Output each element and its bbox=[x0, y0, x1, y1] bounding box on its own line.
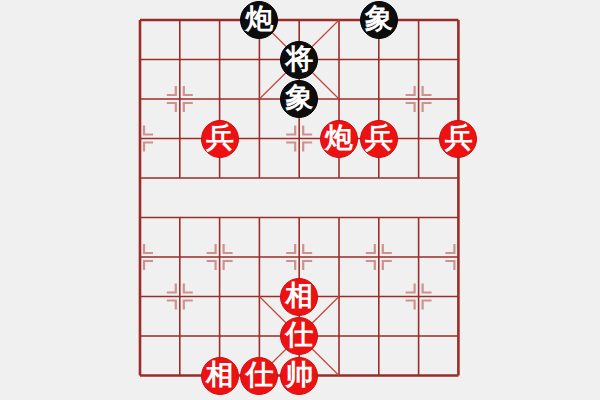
black-elephant-glyph: 象 bbox=[285, 84, 313, 112]
red-soldier-glyph: 兵 bbox=[206, 124, 234, 152]
piece-black-elephant-2[interactable]: 象 bbox=[280, 80, 318, 118]
red-advisor-glyph: 仕 bbox=[245, 361, 273, 389]
red-general-glyph: 帅 bbox=[285, 361, 313, 389]
xiangqi-board[interactable]: 炮象将象兵炮兵兵相仕相仕帅 bbox=[0, 0, 600, 400]
piece-red-advisor-2[interactable]: 仕 bbox=[240, 357, 278, 395]
piece-red-elephant-2[interactable]: 相 bbox=[201, 357, 239, 395]
red-soldier-glyph: 兵 bbox=[365, 124, 393, 152]
piece-red-pawn-1[interactable]: 兵 bbox=[201, 120, 239, 158]
piece-black-general[interactable]: 将 bbox=[280, 41, 318, 79]
red-elephant-glyph: 相 bbox=[285, 282, 313, 310]
red-elephant-glyph: 相 bbox=[206, 361, 234, 389]
piece-red-general[interactable]: 帅 bbox=[280, 357, 318, 395]
black-general-glyph: 将 bbox=[285, 45, 313, 73]
piece-red-pawn-3[interactable]: 兵 bbox=[439, 120, 477, 158]
black-cannon-glyph: 炮 bbox=[245, 5, 273, 33]
red-soldier-glyph: 兵 bbox=[444, 124, 472, 152]
piece-red-elephant-1[interactable]: 相 bbox=[280, 278, 318, 316]
black-elephant-glyph: 象 bbox=[365, 5, 393, 33]
red-cannon-glyph: 炮 bbox=[325, 124, 353, 152]
piece-red-pawn-2[interactable]: 兵 bbox=[360, 120, 398, 158]
piece-black-cannon[interactable]: 炮 bbox=[240, 1, 278, 39]
piece-red-advisor-1[interactable]: 仕 bbox=[280, 317, 318, 355]
board-grid[interactable]: 炮象将象兵炮兵兵相仕相仕帅 bbox=[120, 0, 478, 395]
piece-red-cannon[interactable]: 炮 bbox=[320, 120, 358, 158]
piece-black-elephant-1[interactable]: 象 bbox=[360, 1, 398, 39]
red-advisor-glyph: 仕 bbox=[285, 321, 313, 349]
